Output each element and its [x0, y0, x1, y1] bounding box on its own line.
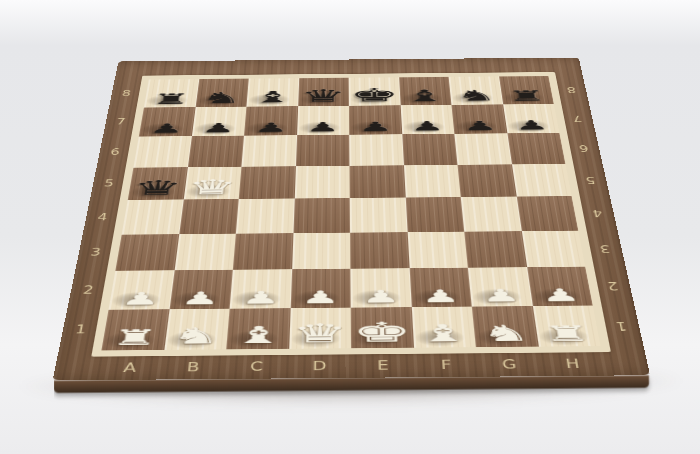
square-f8[interactable]: ♝ — [399, 77, 452, 105]
square-a8[interactable]: ♜ — [144, 79, 199, 107]
piece-shadow-b2 — [170, 291, 221, 309]
file-label-h: H — [539, 353, 606, 374]
square-d8[interactable]: ♛ — [298, 78, 349, 106]
white-pawn-e2[interactable]: ♟ — [361, 288, 400, 305]
square-d7[interactable]: ♟ — [297, 105, 350, 135]
black-pawn-h7[interactable]: ♟ — [514, 119, 550, 132]
square-c7[interactable]: ♟ — [244, 106, 298, 136]
square-h3[interactable] — [521, 230, 585, 267]
square-f3[interactable] — [407, 231, 468, 268]
square-d2[interactable]: ♟ — [290, 269, 351, 308]
square-d6[interactable] — [295, 135, 349, 166]
square-d3[interactable] — [292, 232, 351, 269]
white-queen-d1[interactable]: ♛ — [292, 321, 348, 347]
piece-shadow-f2 — [411, 289, 462, 307]
square-g5[interactable] — [457, 164, 516, 197]
piece-shadow-c1 — [228, 330, 280, 349]
piece-shadow-a1 — [103, 331, 157, 350]
square-b1[interactable]: ♞ — [164, 308, 230, 350]
file-label-c: C — [224, 356, 288, 377]
file-label-a: A — [97, 357, 163, 378]
square-g7[interactable]: ♟ — [451, 104, 507, 134]
square-e5[interactable] — [349, 165, 405, 198]
black-pawn-g7[interactable]: ♟ — [462, 119, 497, 132]
square-f1[interactable]: ♝ — [411, 306, 476, 347]
square-f5[interactable] — [403, 165, 460, 198]
rank-label-left-8: 8 — [112, 80, 141, 108]
rank-label-right-4: 4 — [581, 196, 615, 231]
square-g1[interactable]: ♞ — [472, 306, 539, 347]
square-h7[interactable]: ♟ — [503, 104, 560, 134]
file-label-d: D — [288, 355, 352, 376]
square-e3[interactable] — [350, 232, 409, 269]
square-a3[interactable] — [115, 234, 178, 271]
square-b2[interactable]: ♟ — [169, 270, 233, 309]
black-pawn-d7[interactable]: ♟ — [306, 120, 340, 133]
photo-scene: ♜♞♝♛♚♝♞♜♟♟♟♟♟♟♟♟♛♛♟♟♟♟♟♟♟♟♜♞♝♛♚♝♞♜ 87654… — [0, 0, 700, 454]
rank-label-right-6: 6 — [568, 133, 599, 164]
black-rook-h8[interactable]: ♜ — [507, 88, 547, 102]
square-c6[interactable] — [241, 135, 296, 166]
square-b3[interactable] — [174, 233, 236, 270]
white-pawn-a2[interactable]: ♟ — [120, 290, 161, 307]
file-label-f: F — [414, 354, 479, 375]
piece-shadow-c2 — [231, 290, 281, 308]
white-king-e1[interactable]: ♚ — [352, 319, 413, 346]
black-pawn-e7[interactable]: ♟ — [358, 120, 392, 133]
black-queen-d8[interactable]: ♛ — [300, 87, 346, 104]
white-pawn-c2[interactable]: ♟ — [241, 289, 281, 306]
square-h5[interactable] — [511, 164, 571, 197]
piece-shadow-a2 — [110, 291, 162, 309]
piece-shadow-e2 — [352, 289, 402, 307]
square-a2[interactable]: ♟ — [109, 270, 175, 309]
piece-shadow-e1 — [352, 329, 403, 348]
square-b8[interactable]: ♞ — [195, 79, 249, 107]
square-f6[interactable] — [402, 134, 458, 165]
square-g8[interactable]: ♞ — [449, 76, 503, 104]
white-knight-g1[interactable]: ♞ — [480, 322, 532, 344]
piece-shadow-g2 — [471, 288, 522, 306]
piece-shadow-d2 — [291, 290, 341, 308]
square-c2[interactable]: ♟ — [230, 269, 292, 308]
black-queen-a5[interactable]: ♛ — [131, 178, 184, 198]
white-pawn-g2[interactable]: ♟ — [480, 287, 521, 304]
square-e1[interactable]: ♚ — [351, 307, 414, 348]
piece-shadow-h1 — [537, 327, 591, 346]
square-b6[interactable] — [187, 136, 244, 167]
square-g6[interactable] — [454, 133, 511, 164]
square-h6[interactable] — [507, 133, 566, 164]
black-king-e8[interactable]: ♚ — [350, 85, 400, 104]
piece-shadow-d1 — [290, 330, 341, 349]
file-label-e: E — [351, 355, 415, 376]
square-h8[interactable]: ♜ — [499, 76, 554, 104]
white-pawn-f2[interactable]: ♟ — [421, 287, 461, 304]
square-f2[interactable]: ♟ — [409, 268, 472, 307]
chess-board: ♜♞♝♛♚♝♞♜♟♟♟♟♟♟♟♟♛♛♟♟♟♟♟♟♟♟♜♞♝♛♚♝♞♜ 87654… — [53, 58, 651, 381]
square-e6[interactable] — [349, 134, 403, 165]
black-pawn-a7[interactable]: ♟ — [148, 122, 184, 135]
white-knight-b1[interactable]: ♞ — [171, 325, 222, 347]
white-pawn-b2[interactable]: ♟ — [180, 289, 221, 306]
square-h2[interactable]: ♟ — [527, 267, 593, 306]
black-pawn-f7[interactable]: ♟ — [410, 119, 445, 132]
square-e7[interactable]: ♟ — [349, 105, 402, 135]
white-bishop-c1[interactable]: ♝ — [231, 323, 284, 347]
white-rook-h1[interactable]: ♜ — [543, 323, 592, 344]
square-c3[interactable] — [233, 233, 293, 270]
white-pawn-h2[interactable]: ♟ — [540, 286, 582, 303]
square-h1[interactable]: ♜ — [532, 305, 600, 346]
square-g2[interactable]: ♟ — [468, 267, 532, 306]
square-b7[interactable]: ♟ — [191, 106, 246, 136]
black-bishop-c8[interactable]: ♝ — [251, 89, 295, 105]
rank-label-right-8: 8 — [557, 76, 587, 104]
black-knight-g8[interactable]: ♞ — [455, 88, 497, 103]
square-c5[interactable] — [239, 166, 296, 199]
square-a5[interactable]: ♛ — [128, 167, 188, 200]
square-a6[interactable] — [133, 136, 191, 167]
white-queen-b5[interactable]: ♛ — [186, 177, 238, 197]
square-a1[interactable]: ♜ — [101, 309, 169, 351]
white-rook-a1[interactable]: ♜ — [110, 327, 159, 348]
square-d1[interactable]: ♛ — [289, 307, 351, 349]
square-e2[interactable]: ♟ — [350, 268, 411, 307]
rank-label-right-5: 5 — [574, 163, 607, 196]
piece-shadow-f1 — [414, 329, 466, 348]
black-knight-b8[interactable]: ♞ — [201, 90, 243, 105]
rank-label-right-3: 3 — [588, 230, 623, 267]
black-pawn-c7[interactable]: ♟ — [253, 121, 288, 134]
file-label-b: B — [160, 356, 225, 377]
rank-label-right-7: 7 — [562, 103, 592, 132]
file-labels-bottom: ABCDEFGH — [97, 353, 606, 378]
piece-shadow-h2 — [531, 288, 583, 306]
piece-shadow-g1 — [475, 328, 528, 347]
white-bishop-f1[interactable]: ♝ — [417, 322, 471, 346]
black-pawn-b7[interactable]: ♟ — [201, 121, 236, 134]
black-rook-a8[interactable]: ♜ — [151, 91, 191, 105]
square-c8[interactable]: ♝ — [246, 78, 298, 106]
white-pawn-d2[interactable]: ♟ — [301, 288, 340, 305]
square-a7[interactable]: ♟ — [139, 107, 195, 137]
square-f7[interactable]: ♟ — [400, 105, 454, 135]
black-bishop-f8[interactable]: ♝ — [403, 87, 447, 103]
square-d5[interactable] — [294, 166, 349, 199]
square-g3[interactable] — [464, 231, 526, 268]
square-f4[interactable] — [405, 197, 464, 232]
square-c1[interactable]: ♝ — [226, 308, 290, 350]
file-label-g: G — [477, 353, 543, 374]
piece-shadow-b1 — [165, 331, 218, 350]
square-b5[interactable]: ♛ — [183, 166, 241, 199]
square-e8[interactable]: ♚ — [349, 77, 400, 105]
